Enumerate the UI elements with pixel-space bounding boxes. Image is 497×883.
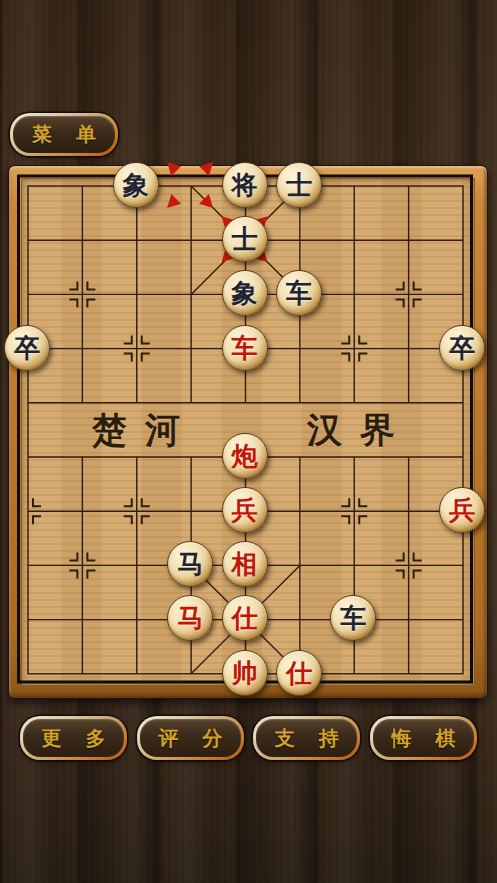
- piece-black-pawn[interactable]: 卒: [439, 325, 485, 371]
- piece-black-advisor[interactable]: 士: [222, 216, 268, 262]
- piece-black-elephant[interactable]: 象: [222, 270, 268, 316]
- piece-red-cannon[interactable]: 炮: [222, 433, 268, 479]
- piece-red-general[interactable]: 帅: [222, 650, 268, 696]
- menu-button[interactable]: 菜单: [10, 113, 118, 156]
- piece-black-chariot[interactable]: 车: [276, 270, 322, 316]
- undo-button-label: 悔棋: [391, 725, 479, 752]
- game-screen: 菜单: [0, 0, 497, 883]
- rate-button-label: 评分: [158, 725, 246, 752]
- more-button[interactable]: 更多: [20, 716, 127, 760]
- support-button[interactable]: 支持: [253, 716, 360, 760]
- river-label-right: 汉界: [251, 409, 451, 451]
- piece-black-pawn[interactable]: 卒: [4, 325, 50, 371]
- piece-red-advisor[interactable]: 仕: [276, 650, 322, 696]
- piece-red-pawn[interactable]: 兵: [439, 487, 485, 533]
- more-button-label: 更多: [42, 725, 130, 752]
- piece-red-elephant[interactable]: 相: [222, 541, 268, 587]
- undo-button[interactable]: 悔棋: [370, 716, 477, 760]
- rate-button[interactable]: 评分: [137, 716, 244, 760]
- piece-red-chariot[interactable]: 车: [222, 325, 268, 371]
- piece-black-advisor[interactable]: 士: [276, 162, 322, 208]
- piece-black-elephant[interactable]: 象: [113, 162, 159, 208]
- piece-red-pawn[interactable]: 兵: [222, 487, 268, 533]
- bottom-toolbar: 更多 评分 支持 悔棋: [20, 716, 477, 754]
- menu-button-label: 菜单: [32, 121, 120, 148]
- support-button-label: 支持: [275, 725, 363, 752]
- piece-red-advisor[interactable]: 仕: [222, 595, 268, 641]
- river-label-left: 楚河: [36, 409, 236, 451]
- piece-black-general[interactable]: 将: [222, 162, 268, 208]
